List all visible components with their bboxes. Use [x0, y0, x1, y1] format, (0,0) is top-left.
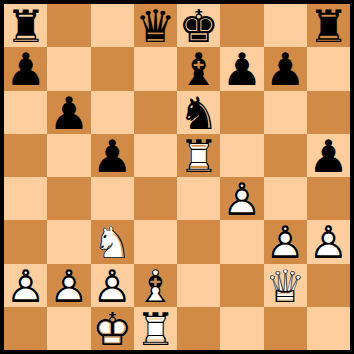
square-c6[interactable]	[91, 91, 134, 134]
square-f8[interactable]	[220, 4, 263, 47]
square-a6[interactable]	[4, 91, 47, 134]
square-b1[interactable]	[47, 307, 90, 350]
white-knight[interactable]: ♞♘	[91, 220, 134, 263]
square-g5[interactable]	[264, 134, 307, 177]
king-glyph-fill: ♚	[177, 5, 220, 48]
black-knight[interactable]: ♞♘	[177, 91, 220, 134]
square-d7[interactable]	[134, 47, 177, 90]
black-pawn[interactable]: ♟♙	[264, 47, 307, 90]
square-e4[interactable]	[177, 177, 220, 220]
square-h1[interactable]	[307, 307, 350, 350]
pawn-glyph-fill: ♟	[4, 48, 47, 91]
white-king[interactable]: ♚♔	[91, 307, 134, 350]
rook-glyph-fill: ♜	[4, 5, 47, 48]
rook-glyph-outline: ♖	[177, 135, 220, 178]
square-c8[interactable]	[91, 4, 134, 47]
square-d6[interactable]	[134, 91, 177, 134]
pawn-glyph-fill: ♟	[47, 92, 90, 135]
square-b5[interactable]	[47, 134, 90, 177]
square-d3[interactable]	[134, 220, 177, 263]
white-pawn[interactable]: ♟♙	[91, 264, 134, 307]
square-d8[interactable]: ♛♕	[134, 4, 177, 47]
square-c1[interactable]: ♚♔	[91, 307, 134, 350]
pawn-glyph-fill: ♟	[220, 48, 263, 91]
square-a1[interactable]	[4, 307, 47, 350]
black-king[interactable]: ♚♔	[177, 4, 220, 47]
square-d1[interactable]: ♜♖	[134, 307, 177, 350]
pawn-glyph-outline: ♙	[47, 265, 90, 308]
white-pawn[interactable]: ♟♙	[4, 264, 47, 307]
square-f6[interactable]	[220, 91, 263, 134]
square-b4[interactable]	[47, 177, 90, 220]
square-g7[interactable]: ♟♙	[264, 47, 307, 90]
square-h3[interactable]: ♟♙	[307, 220, 350, 263]
square-e8[interactable]: ♚♔	[177, 4, 220, 47]
square-b8[interactable]	[47, 4, 90, 47]
pawn-glyph-outline: ♙	[220, 178, 263, 221]
knight-glyph-fill: ♞	[177, 92, 220, 135]
black-rook[interactable]: ♜♖	[4, 4, 47, 47]
rook-glyph-fill: ♜	[307, 5, 350, 48]
knight-glyph-outline: ♘	[91, 221, 134, 264]
square-h6[interactable]	[307, 91, 350, 134]
pawn-glyph-fill: ♟	[91, 135, 134, 178]
white-pawn[interactable]: ♟♙	[47, 264, 90, 307]
chess-board: ♜♖♛♕♚♔♜♖♟♙♝♗♟♙♟♙♟♙♞♘♟♙♜♖♟♙♟♙♞♘♟♙♟♙♟♙♟♙♟♙…	[4, 4, 350, 350]
square-a5[interactable]	[4, 134, 47, 177]
rook-glyph-outline: ♖	[134, 308, 177, 351]
queen-glyph-fill: ♛	[134, 5, 177, 48]
square-g3[interactable]: ♟♙	[264, 220, 307, 263]
black-pawn[interactable]: ♟♙	[91, 134, 134, 177]
black-pawn[interactable]: ♟♙	[4, 47, 47, 90]
bishop-glyph-fill: ♝	[177, 48, 220, 91]
square-h8[interactable]: ♜♖	[307, 4, 350, 47]
queen-glyph-outline: ♕	[264, 265, 307, 308]
pawn-glyph-outline: ♙	[264, 221, 307, 264]
white-rook[interactable]: ♜♖	[177, 134, 220, 177]
square-e1[interactable]	[177, 307, 220, 350]
bishop-glyph-outline: ♗	[134, 265, 177, 308]
square-e2[interactable]	[177, 264, 220, 307]
square-c3[interactable]: ♞♘	[91, 220, 134, 263]
black-bishop[interactable]: ♝♗	[177, 47, 220, 90]
black-pawn[interactable]: ♟♙	[220, 47, 263, 90]
square-e5[interactable]: ♜♖	[177, 134, 220, 177]
black-pawn[interactable]: ♟♙	[307, 134, 350, 177]
square-b7[interactable]	[47, 47, 90, 90]
square-g4[interactable]	[264, 177, 307, 220]
pawn-glyph-fill: ♟	[307, 135, 350, 178]
board-frame: ♜♖♛♕♚♔♜♖♟♙♝♗♟♙♟♙♟♙♞♘♟♙♜♖♟♙♟♙♞♘♟♙♟♙♟♙♟♙♟♙…	[0, 0, 354, 354]
square-h7[interactable]	[307, 47, 350, 90]
square-b6[interactable]: ♟♙	[47, 91, 90, 134]
square-f5[interactable]	[220, 134, 263, 177]
square-f2[interactable]	[220, 264, 263, 307]
pawn-glyph-outline: ♙	[307, 221, 350, 264]
pawn-glyph-outline: ♙	[91, 265, 134, 308]
white-bishop[interactable]: ♝♗	[134, 264, 177, 307]
square-c7[interactable]	[91, 47, 134, 90]
white-pawn[interactable]: ♟♙	[264, 220, 307, 263]
square-a4[interactable]	[4, 177, 47, 220]
square-c2[interactable]: ♟♙	[91, 264, 134, 307]
square-a2[interactable]: ♟♙	[4, 264, 47, 307]
square-c5[interactable]: ♟♙	[91, 134, 134, 177]
square-h5[interactable]: ♟♙	[307, 134, 350, 177]
black-rook[interactable]: ♜♖	[307, 4, 350, 47]
square-c4[interactable]	[91, 177, 134, 220]
square-g1[interactable]	[264, 307, 307, 350]
square-b2[interactable]: ♟♙	[47, 264, 90, 307]
square-d4[interactable]	[134, 177, 177, 220]
square-b3[interactable]	[47, 220, 90, 263]
square-d5[interactable]	[134, 134, 177, 177]
square-d2[interactable]: ♝♗	[134, 264, 177, 307]
square-h2[interactable]	[307, 264, 350, 307]
pawn-glyph-outline: ♙	[4, 265, 47, 308]
white-pawn[interactable]: ♟♙	[307, 220, 350, 263]
square-f1[interactable]	[220, 307, 263, 350]
pawn-glyph-fill: ♟	[264, 48, 307, 91]
square-e7[interactable]: ♝♗	[177, 47, 220, 90]
square-f7[interactable]: ♟♙	[220, 47, 263, 90]
square-a7[interactable]: ♟♙	[4, 47, 47, 90]
square-h4[interactable]	[307, 177, 350, 220]
square-g6[interactable]	[264, 91, 307, 134]
square-g2[interactable]: ♛♕	[264, 264, 307, 307]
white-pawn[interactable]: ♟♙	[220, 177, 263, 220]
white-queen[interactable]: ♛♕	[264, 264, 307, 307]
black-queen[interactable]: ♛♕	[134, 4, 177, 47]
square-g8[interactable]	[264, 4, 307, 47]
square-e3[interactable]	[177, 220, 220, 263]
square-f3[interactable]	[220, 220, 263, 263]
square-f4[interactable]: ♟♙	[220, 177, 263, 220]
black-pawn[interactable]: ♟♙	[47, 91, 90, 134]
square-a8[interactable]: ♜♖	[4, 4, 47, 47]
king-glyph-outline: ♔	[91, 308, 134, 351]
square-e6[interactable]: ♞♘	[177, 91, 220, 134]
white-rook[interactable]: ♜♖	[134, 307, 177, 350]
square-a3[interactable]	[4, 220, 47, 263]
